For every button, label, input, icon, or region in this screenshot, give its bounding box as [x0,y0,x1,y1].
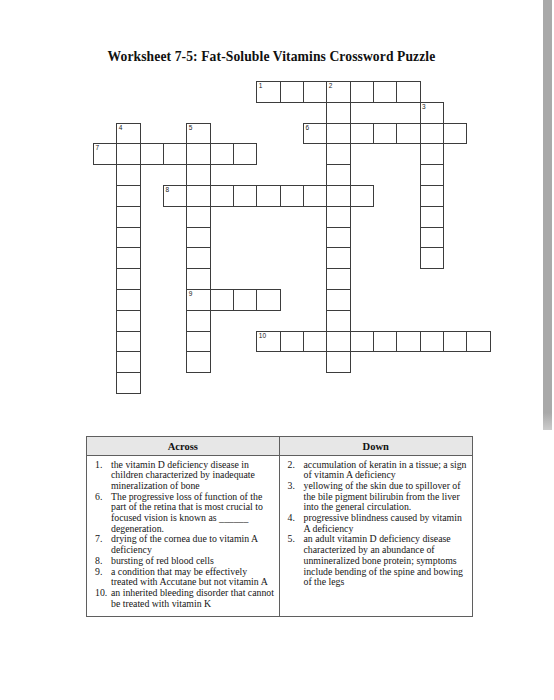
grid-cell-r5c7[interactable] [256,185,280,207]
down-clue-number: 2. [288,460,304,481]
down-clue-text: progressive blindness caused by vitamin … [304,513,472,534]
clue-table: Across Down 1.the vitamin D deficiency d… [86,436,473,617]
down-clue-text: yellowing of the skin due to spillover o… [304,481,472,513]
grid-cell-r5c6[interactable] [233,185,257,207]
grid-cell-r5c11[interactable] [350,185,374,207]
down-clue-text: accumulation of keratin in a tissue; a s… [304,460,472,481]
across-clue-text: the vitamin D deficiency disease in chil… [111,460,278,492]
grid-cell-r0c9[interactable] [303,81,327,103]
grid-cell-r12c1[interactable] [116,331,140,353]
clue-table-body: 1.the vitamin D deficiency disease in ch… [87,456,472,617]
across-clue-7: 7.drying of the cornea due to vitamin A … [95,534,278,555]
grid-cell-r3c3[interactable] [163,143,187,165]
grid-cell-r2c15[interactable] [443,123,467,145]
grid-cell-r12c11[interactable] [350,331,374,353]
across-header: Across [87,437,280,456]
down-clue-number: 5. [288,534,304,588]
worksheet-title: Worksheet 7-5: Fat-Soluble Vitamins Cros… [0,49,543,65]
grid-cell-r3c2[interactable] [140,143,164,165]
grid-cell-r0c10[interactable]: 2 [326,81,350,103]
grid-cell-r8c14[interactable] [420,247,444,269]
down-clue-5: 5.an adult vitamin D deficiency disease … [288,534,472,588]
grid-clue-number-10: 10 [259,332,266,339]
grid-cell-r5c5[interactable] [210,185,234,207]
grid-cell-r10c10[interactable] [326,289,350,311]
grid-cell-r6c14[interactable] [420,206,444,228]
grid-cell-r2c13[interactable] [396,123,420,145]
grid-clue-number-9: 9 [189,290,193,297]
grid-cell-r0c11[interactable] [350,81,374,103]
grid-clue-number-2: 2 [329,82,333,89]
grid-cell-r2c10[interactable] [326,123,350,145]
across-clue-number: 1. [95,460,111,492]
grid-cell-r3c14[interactable] [420,143,444,165]
down-clue-list: 2.accumulation of keratin in a tissue; a… [280,456,473,617]
grid-clue-number-5: 5 [189,124,193,131]
across-clue-number: 10. [95,588,111,609]
scrollbar-thumb[interactable] [543,0,552,430]
grid-cell-r8c1[interactable] [116,247,140,269]
grid-cell-r12c4[interactable] [186,331,210,353]
grid-cell-r9c10[interactable] [326,268,350,290]
across-clue-6: 6.The progressive loss of function of th… [95,492,278,535]
grid-clue-number-1: 1 [259,82,263,89]
across-clue-text: bursting of red blood cells [111,556,278,567]
grid-cell-r5c3[interactable]: 8 [163,185,187,207]
grid-cell-r12c13[interactable] [396,331,420,353]
down-header: Down [280,437,473,456]
grid-cell-r5c14[interactable] [420,185,444,207]
across-clue-number: 8. [95,556,111,567]
across-clue-text: a condition that may be effectively trea… [111,567,278,588]
grid-cell-r1c14[interactable]: 3 [420,102,444,124]
grid-cell-r3c5[interactable] [210,143,234,165]
grid-cell-r12c7[interactable]: 10 [256,331,280,353]
grid-cell-r2c4[interactable]: 5 [186,123,210,145]
grid-cell-r8c10[interactable] [326,247,350,269]
grid-cell-r2c11[interactable] [350,123,374,145]
grid-cell-r14c1[interactable] [116,372,140,394]
down-clue-3: 3.yellowing of the skin due to spillover… [288,481,472,513]
down-clue-text: an adult vitamin D deficiency disease ch… [304,534,472,588]
grid-cell-r4c4[interactable] [186,164,210,186]
grid-cell-r6c1[interactable] [116,206,140,228]
across-clue-number: 6. [95,492,111,535]
grid-clue-number-3: 3 [422,103,426,110]
grid-cell-r7c14[interactable] [420,227,444,249]
grid-cell-r4c14[interactable] [420,164,444,186]
grid-cell-r9c4[interactable] [186,268,210,290]
grid-cell-r2c14[interactable] [420,123,444,145]
across-clue-number: 9. [95,567,111,588]
grid-clue-number-8: 8 [165,186,169,193]
grid-cell-r6c10[interactable] [326,206,350,228]
grid-cell-r12c16[interactable] [466,331,490,353]
grid-cell-r6c4[interactable] [186,206,210,228]
down-clue-number: 3. [288,481,304,513]
grid-cell-r13c4[interactable] [186,351,210,373]
grid-cell-r10c7[interactable] [256,289,280,311]
grid-cell-r5c9[interactable] [303,185,327,207]
grid-cell-r13c1[interactable] [116,351,140,373]
grid-cell-r12c10[interactable] [326,331,350,353]
grid-cell-r10c4[interactable]: 9 [186,289,210,311]
grid-cell-r12c9[interactable] [303,331,327,353]
grid-cell-r3c10[interactable] [326,143,350,165]
grid-clue-number-4: 4 [119,124,123,131]
grid-cell-r5c4[interactable] [186,185,210,207]
grid-cell-r8c4[interactable] [186,247,210,269]
grid-cell-r9c1[interactable] [116,268,140,290]
grid-cell-r3c4[interactable] [186,143,210,165]
grid-cell-r12c15[interactable] [443,331,467,353]
across-clue-text: The progressive loss of function of the … [111,492,278,535]
grid-cell-r5c8[interactable] [280,185,304,207]
grid-cell-r1c10[interactable] [326,102,350,124]
grid-cell-r12c14[interactable] [420,331,444,353]
grid-cell-r2c9[interactable]: 6 [303,123,327,145]
grid-cell-r11c4[interactable] [186,310,210,332]
grid-cell-r2c1[interactable]: 4 [116,123,140,145]
grid-cell-r7c10[interactable] [326,227,350,249]
across-clue-text: an inherited bleeding disorder that cann… [111,588,278,609]
grid-cell-r12c8[interactable] [280,331,304,353]
across-clue-number: 7. [95,534,111,555]
clue-table-header-row: Across Down [87,437,472,456]
grid-cell-r0c7[interactable]: 1 [256,81,280,103]
worksheet-page: Worksheet 7-5: Fat-Soluble Vitamins Cros… [0,0,554,700]
grid-cell-r2c12[interactable] [373,123,397,145]
down-clue-2: 2.accumulation of keratin in a tissue; a… [288,460,472,481]
grid-cell-r0c13[interactable] [396,81,420,103]
grid-cell-r13c10[interactable] [326,351,350,373]
grid-cell-r0c8[interactable] [280,81,304,103]
grid-cell-r12c12[interactable] [373,331,397,353]
down-clue-number: 4. [288,513,304,534]
grid-cell-r3c0[interactable]: 7 [93,143,117,165]
across-clue-9: 9.a condition that may be effectively tr… [95,567,278,588]
across-clue-8: 8.bursting of red blood cells [95,556,278,567]
across-clue-1: 1.the vitamin D deficiency disease in ch… [95,460,278,492]
grid-cell-r3c1[interactable] [116,143,140,165]
grid-cell-r0c12[interactable] [373,81,397,103]
crossword-grid: 12345678910 [93,81,491,394]
across-clue-list: 1.the vitamin D deficiency disease in ch… [87,456,280,617]
grid-cell-r10c1[interactable] [116,289,140,311]
grid-cell-r4c10[interactable] [326,164,350,186]
grid-clue-number-6: 6 [305,124,309,131]
grid-cell-r11c10[interactable] [326,310,350,332]
grid-cell-r10c5[interactable] [210,289,234,311]
across-clue-10: 10.an inherited bleeding disorder that c… [95,588,278,609]
down-clue-4: 4.progressive blindness caused by vitami… [288,513,472,534]
grid-clue-number-7: 7 [96,144,100,151]
grid-cell-r7c4[interactable] [186,227,210,249]
grid-cell-r4c1[interactable] [116,164,140,186]
grid-cell-r3c6[interactable] [233,143,257,165]
grid-cell-r5c1[interactable] [116,185,140,207]
grid-cell-r10c6[interactable] [233,289,257,311]
grid-cell-r7c1[interactable] [116,227,140,249]
across-clue-text: drying of the cornea due to vitamin A de… [111,534,278,555]
grid-cell-r5c10[interactable] [326,185,350,207]
grid-cell-r11c1[interactable] [116,310,140,332]
